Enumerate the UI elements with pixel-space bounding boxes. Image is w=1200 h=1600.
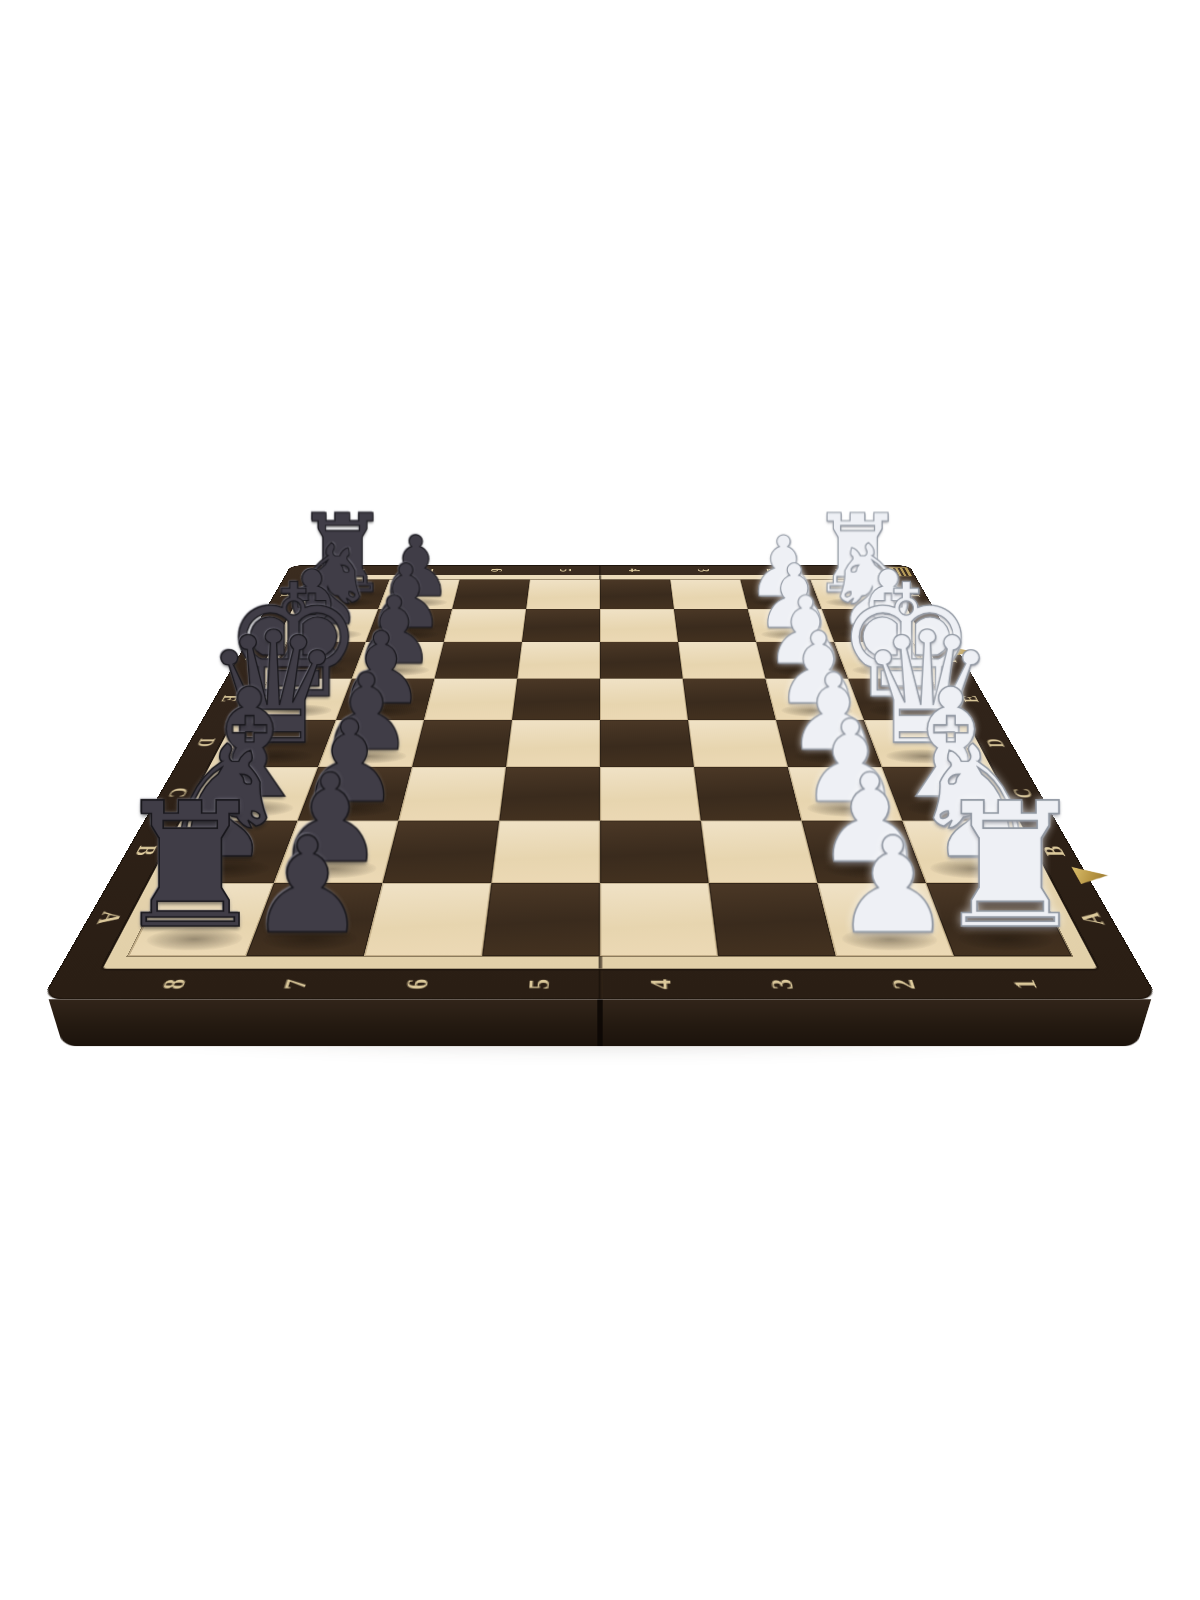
square-b5[interactable] [491,821,600,883]
rank-label-1: 1 [830,568,852,572]
square-a1[interactable]: ♜ [926,883,1072,956]
rank-label-8: 8 [348,568,370,572]
squares: ♜♟♟♜♞♟♟♞♝♟♟♝♚♟♟♚♛♟♟♛♝♟♟♝♞♟♟♞♜♟♟♜ [128,580,1072,956]
square-a5[interactable] [482,883,600,956]
square-a4[interactable] [600,883,718,956]
file-label-h: H [900,591,925,597]
rank-cell: 4 [600,969,723,1000]
square-d5[interactable] [506,720,600,767]
rank-cell: 3 [720,969,847,1000]
rank-label-2: 2 [762,568,784,572]
square-c5[interactable] [499,767,600,821]
rank-cell: 2 [839,969,970,1000]
rank-cell: 7 [230,969,361,1000]
square-g5[interactable] [522,609,600,642]
piece-black-rook-icon[interactable]: ♜ [57,785,323,949]
square-f4[interactable] [600,642,683,679]
edge-fold-gap [597,999,603,1046]
square-g4[interactable] [600,609,678,642]
chess-board: ♜♟♟♜♞♟♟♞♝♟♟♝♚♟♟♚♛♟♟♛♝♟♟♝♞♟♟♞♜♟♟♜ HGFEDCB… [128,580,1072,956]
rank-cell: 1 [959,969,1094,1000]
rank-cell: 4 [600,565,670,575]
rank-cell: 6 [353,969,480,1000]
rail-near-rank-labels: 87654321 [106,969,1094,1000]
square-d4[interactable] [600,720,694,767]
rank-label-4: 4 [624,568,645,572]
piece-white-rook-icon[interactable]: ♜ [877,785,1143,949]
square-c4[interactable] [600,767,701,821]
square-a8[interactable]: ♜ [128,883,274,956]
rank-cell: 5 [530,565,600,575]
square-h4[interactable] [600,580,674,609]
rank-cell: 8 [106,969,241,1000]
square-f5[interactable] [517,642,600,679]
product-photo-scene: ♜♟♟♜♞♟♟♞♝♟♟♝♚♟♟♚♛♟♟♛♝♟♟♝♞♟♟♞♜♟♟♜ HGFEDCB… [0,0,1200,1600]
square-b4[interactable] [600,821,709,883]
rank-label-7: 7 [417,568,439,572]
rank-label-5: 5 [555,568,576,572]
rank-cell: 5 [477,969,600,1000]
file-label-h: H [275,591,300,597]
square-h5[interactable] [526,580,600,609]
rank-label-6: 6 [486,568,507,572]
board-front-edge [49,999,1152,1046]
rank-label-3: 3 [693,568,714,572]
square-e4[interactable] [600,679,688,720]
square-e5[interactable] [512,679,600,720]
